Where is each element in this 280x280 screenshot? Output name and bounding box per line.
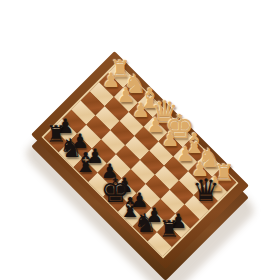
chessboard-product-photo: ♜♞♝♛♚♝♞♜♟♟♟♟♟♟♟♟♛♟♟♟♟♟♟♟♟♜♜♞♝♚♝♞ xyxy=(0,0,280,280)
